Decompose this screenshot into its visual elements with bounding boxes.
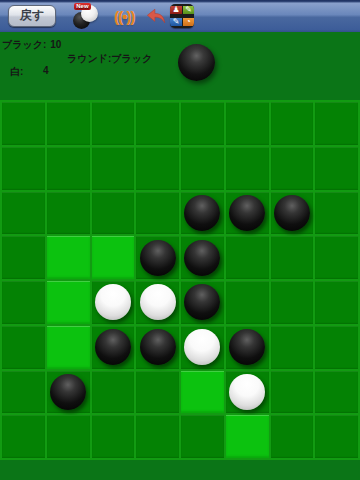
board-cell-b3[interactable] (47, 192, 90, 235)
timer-tile-icon: ◔ (183, 18, 195, 26)
board-cell-f6[interactable] (226, 326, 269, 369)
reversi-app: 戻す New ((•)) ♟ ✎ ✎ ◔ ブラック:10 ラウンド:ブラック 白… (0, 0, 360, 480)
white-score: 白:4 (10, 65, 23, 79)
board-cell-a8[interactable] (2, 415, 45, 458)
board-cell-a3[interactable] (2, 192, 45, 235)
board-cell-f3[interactable] (226, 192, 269, 235)
board-cell-g2[interactable] (271, 147, 314, 190)
board-cell-e1[interactable] (181, 102, 224, 145)
board-cell-a7[interactable] (2, 371, 45, 414)
white-stone (140, 284, 176, 320)
board-cell-a6[interactable] (2, 326, 45, 369)
board-cell-b1[interactable] (47, 102, 90, 145)
board-cell-g4[interactable] (271, 236, 314, 279)
white-stone (184, 329, 220, 365)
board-cell-f4[interactable] (226, 236, 269, 279)
board-cell-c8[interactable] (92, 415, 135, 458)
board-cell-g6[interactable] (271, 326, 314, 369)
black-score-label: ブラック: (2, 39, 46, 50)
board-cell-f2[interactable] (226, 147, 269, 190)
board-cell-h6[interactable] (315, 326, 358, 369)
white-stone (95, 284, 131, 320)
board-cell-c4-legal-move[interactable] (92, 236, 135, 279)
board-cell-e8[interactable] (181, 415, 224, 458)
board-cell-b2[interactable] (47, 147, 90, 190)
board-cell-d8[interactable] (136, 415, 179, 458)
board-cell-g5[interactable] (271, 281, 314, 324)
pencil-blue-tile-icon: ✎ (170, 18, 182, 26)
toolbar: 戻す New ((•)) ♟ ✎ ✎ ◔ (0, 0, 360, 32)
board-cell-f5[interactable] (226, 281, 269, 324)
board-cell-h5[interactable] (315, 281, 358, 324)
board-cell-d1[interactable] (136, 102, 179, 145)
undo-arrow-icon[interactable] (145, 4, 167, 28)
new-badge: New (74, 3, 90, 10)
round-indicator: ラウンド:ブラック (67, 52, 152, 66)
white-stone (229, 374, 265, 410)
board-cell-e7-legal-move[interactable] (181, 371, 224, 414)
broadcast-icon[interactable]: ((•)) (109, 4, 139, 28)
pencil-green-tile-icon: ✎ (183, 6, 195, 14)
board-cell-c2[interactable] (92, 147, 135, 190)
footer-strip (0, 460, 360, 480)
board-cell-d3[interactable] (136, 192, 179, 235)
board-cell-e3[interactable] (181, 192, 224, 235)
board-cell-b7[interactable] (47, 371, 90, 414)
board-cell-b5-legal-move[interactable] (47, 281, 90, 324)
board-cell-a4[interactable] (2, 236, 45, 279)
board-cell-e6[interactable] (181, 326, 224, 369)
white-score-value: 4 (43, 65, 49, 76)
board-cell-d5[interactable] (136, 281, 179, 324)
board-cell-a1[interactable] (2, 102, 45, 145)
board-cell-g7[interactable] (271, 371, 314, 414)
black-stone (50, 374, 86, 410)
board-cell-f1[interactable] (226, 102, 269, 145)
black-stone (229, 195, 265, 231)
board-cell-h2[interactable] (315, 147, 358, 190)
new-game-button[interactable]: New (72, 3, 102, 30)
board-cell-e4[interactable] (181, 236, 224, 279)
scoreboard: ブラック:10 ラウンド:ブラック 白:4 (0, 32, 360, 100)
board (0, 100, 360, 460)
board-cell-c6[interactable] (92, 326, 135, 369)
board-cell-e2[interactable] (181, 147, 224, 190)
undo-move-button[interactable]: 戻す (8, 5, 56, 27)
black-stone (184, 240, 220, 276)
turn-indicator-stone (178, 44, 215, 81)
board-cell-h4[interactable] (315, 236, 358, 279)
board-cell-h7[interactable] (315, 371, 358, 414)
board-cell-g3[interactable] (271, 192, 314, 235)
board-cell-d6[interactable] (136, 326, 179, 369)
black-score: ブラック:10 (2, 38, 61, 52)
black-stone (95, 329, 131, 365)
black-stone (140, 240, 176, 276)
board-cell-d2[interactable] (136, 147, 179, 190)
settings-grid-icon[interactable]: ♟ ✎ ✎ ◔ (170, 4, 194, 28)
black-stone (229, 329, 265, 365)
black-stone (140, 329, 176, 365)
board-cell-h8[interactable] (315, 415, 358, 458)
board-cell-f8-legal-move[interactable] (226, 415, 269, 458)
board-cell-g1[interactable] (271, 102, 314, 145)
board-cell-c1[interactable] (92, 102, 135, 145)
black-stone (184, 195, 220, 231)
board-cell-a5[interactable] (2, 281, 45, 324)
player-tile-icon: ♟ (170, 6, 182, 14)
board-cell-c3[interactable] (92, 192, 135, 235)
black-stone (184, 284, 220, 320)
board-cell-b4-legal-move[interactable] (47, 236, 90, 279)
board-cell-g8[interactable] (271, 415, 314, 458)
board-cell-h1[interactable] (315, 102, 358, 145)
board-cell-b8[interactable] (47, 415, 90, 458)
board-cell-b6-legal-move[interactable] (47, 326, 90, 369)
board-cell-e5[interactable] (181, 281, 224, 324)
board-cell-c7[interactable] (92, 371, 135, 414)
board-cell-d4[interactable] (136, 236, 179, 279)
black-stone (274, 195, 310, 231)
board-cell-f7[interactable] (226, 371, 269, 414)
board-cell-a2[interactable] (2, 147, 45, 190)
black-score-value: 10 (50, 39, 61, 50)
board-cell-d7[interactable] (136, 371, 179, 414)
white-score-label: 白: (10, 66, 23, 77)
board-cell-h3[interactable] (315, 192, 358, 235)
board-cell-c5[interactable] (92, 281, 135, 324)
